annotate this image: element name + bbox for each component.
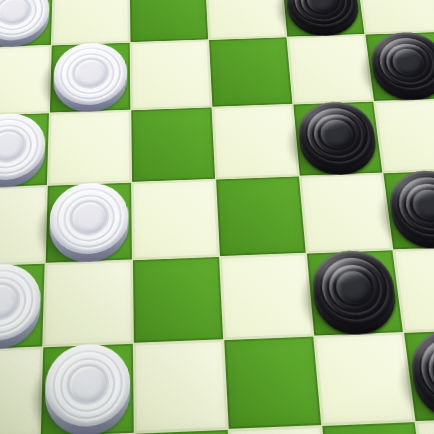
- checker-piece-white[interactable]: [0, 265, 41, 344]
- board-square[interactable]: [307, 250, 403, 335]
- board-square[interactable]: [287, 35, 373, 104]
- checker-piece-black[interactable]: [408, 331, 434, 415]
- checker-piece-black[interactable]: [285, 0, 361, 33]
- board-square[interactable]: [365, 32, 434, 101]
- board-square[interactable]: [130, 0, 208, 42]
- board-square[interactable]: [383, 170, 434, 249]
- board-square[interactable]: [220, 254, 313, 340]
- board-square[interactable]: [224, 337, 321, 429]
- checkers-game-screenshot: [0, 0, 434, 434]
- board-square[interactable]: [0, 113, 49, 188]
- board-square[interactable]: [216, 176, 306, 256]
- checker-piece-black[interactable]: [369, 33, 434, 96]
- board-square[interactable]: [41, 344, 134, 434]
- board-square[interactable]: [132, 180, 219, 260]
- checker-piece-white[interactable]: [0, 0, 50, 44]
- checker-piece-white[interactable]: [0, 115, 46, 184]
- board-square[interactable]: [293, 102, 382, 176]
- board-square[interactable]: [282, 0, 365, 37]
- checker-piece-black[interactable]: [297, 103, 379, 171]
- board-square[interactable]: [134, 340, 228, 433]
- board-square[interactable]: [209, 37, 292, 106]
- board-square[interactable]: [131, 107, 215, 181]
- board-square[interactable]: [374, 99, 434, 173]
- checker-piece-white[interactable]: [53, 44, 127, 108]
- piece-sheen: [0, 262, 41, 341]
- checker-piece-white[interactable]: [45, 346, 130, 431]
- board-square[interactable]: [0, 264, 45, 350]
- board-square[interactable]: [212, 105, 298, 179]
- board-square[interactable]: [133, 257, 223, 343]
- checker-piece-black[interactable]: [387, 172, 434, 245]
- board-square[interactable]: [357, 0, 434, 34]
- piece-sheen: [0, 112, 46, 181]
- checker-piece-black[interactable]: [310, 252, 398, 330]
- checkers-board: [0, 0, 434, 434]
- board-square[interactable]: [43, 260, 133, 346]
- board-square[interactable]: [0, 0, 53, 48]
- piece-face: [0, 112, 46, 181]
- checker-piece-white[interactable]: [49, 184, 128, 258]
- piece-face: [0, 262, 41, 341]
- piece-sheen: [0, 0, 50, 41]
- board-square[interactable]: [48, 110, 131, 185]
- board-square[interactable]: [52, 0, 130, 45]
- board-square[interactable]: [50, 43, 130, 113]
- board-square[interactable]: [131, 40, 212, 110]
- board-square[interactable]: [46, 183, 132, 263]
- board-square[interactable]: [206, 0, 287, 39]
- piece-face: [0, 0, 50, 41]
